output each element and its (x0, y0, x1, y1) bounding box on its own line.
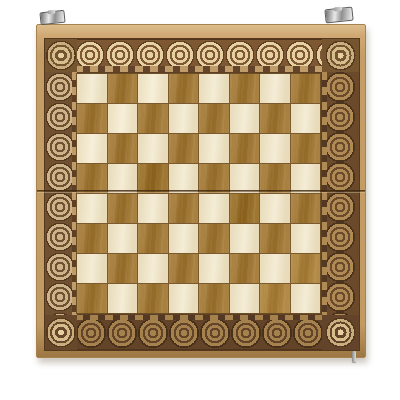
square-d6[interactable] (169, 134, 199, 163)
square-b1[interactable] (108, 284, 138, 313)
hinge-left (39, 10, 65, 26)
square-c2[interactable] (138, 254, 168, 283)
square-c7[interactable] (138, 104, 168, 133)
square-e5[interactable] (199, 164, 229, 193)
square-f3[interactable] (230, 224, 260, 253)
square-d8[interactable] (169, 74, 199, 103)
square-g7[interactable] (260, 104, 290, 133)
square-d5[interactable] (169, 164, 199, 193)
corner-rosette-top-left (45, 39, 77, 72)
square-a7[interactable] (77, 104, 107, 133)
square-e1[interactable] (199, 284, 229, 313)
square-a6[interactable] (77, 134, 107, 163)
latch-pin (352, 351, 356, 362)
square-a1[interactable] (77, 284, 107, 313)
square-g8[interactable] (260, 74, 290, 103)
square-d4[interactable] (169, 194, 199, 223)
square-c6[interactable] (138, 134, 168, 163)
square-b2[interactable] (108, 254, 138, 283)
square-f4[interactable] (230, 194, 260, 223)
square-b6[interactable] (108, 134, 138, 163)
square-b3[interactable] (108, 224, 138, 253)
square-a5[interactable] (77, 164, 107, 193)
square-c8[interactable] (138, 74, 168, 103)
square-f1[interactable] (230, 284, 260, 313)
chess-board (36, 24, 366, 358)
square-g3[interactable] (260, 224, 290, 253)
corner-rosette-bottom-left (45, 315, 77, 350)
carved-border-top (45, 39, 359, 72)
square-b7[interactable] (108, 104, 138, 133)
square-c5[interactable] (138, 164, 168, 193)
square-h7[interactable] (291, 104, 321, 133)
square-b5[interactable] (108, 164, 138, 193)
square-f5[interactable] (230, 164, 260, 193)
square-e3[interactable] (199, 224, 229, 253)
square-b8[interactable] (108, 74, 138, 103)
square-e6[interactable] (199, 134, 229, 163)
square-g6[interactable] (260, 134, 290, 163)
carved-border-right (322, 72, 359, 315)
square-b4[interactable] (108, 194, 138, 223)
square-h2[interactable] (291, 254, 321, 283)
corner-rosette-bottom-right (322, 315, 359, 350)
square-e7[interactable] (199, 104, 229, 133)
square-f8[interactable] (230, 74, 260, 103)
square-h8[interactable] (291, 74, 321, 103)
square-h4[interactable] (291, 194, 321, 223)
square-a3[interactable] (77, 224, 107, 253)
square-e4[interactable] (199, 194, 229, 223)
square-e2[interactable] (199, 254, 229, 283)
square-h5[interactable] (291, 164, 321, 193)
square-g1[interactable] (260, 284, 290, 313)
square-f6[interactable] (230, 134, 260, 163)
carved-border-bottom (45, 315, 359, 350)
square-e8[interactable] (199, 74, 229, 103)
square-d2[interactable] (169, 254, 199, 283)
square-c1[interactable] (138, 284, 168, 313)
square-g4[interactable] (260, 194, 290, 223)
carved-border-left (45, 72, 77, 315)
square-f7[interactable] (230, 104, 260, 133)
square-f2[interactable] (230, 254, 260, 283)
square-h1[interactable] (291, 284, 321, 313)
square-c4[interactable] (138, 194, 168, 223)
corner-rosette-top-right (322, 39, 359, 72)
square-g2[interactable] (260, 254, 290, 283)
square-d3[interactable] (169, 224, 199, 253)
square-g5[interactable] (260, 164, 290, 193)
photo-canvas (0, 0, 400, 400)
square-c3[interactable] (138, 224, 168, 253)
hinge-right (324, 7, 353, 24)
square-a2[interactable] (77, 254, 107, 283)
square-h6[interactable] (291, 134, 321, 163)
square-h3[interactable] (291, 224, 321, 253)
fold-seam (37, 190, 365, 193)
square-d1[interactable] (169, 284, 199, 313)
square-d7[interactable] (169, 104, 199, 133)
board-grid (76, 73, 321, 314)
square-a4[interactable] (77, 194, 107, 223)
square-a8[interactable] (77, 74, 107, 103)
